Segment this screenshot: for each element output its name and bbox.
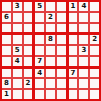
cell-r3c8[interactable] bbox=[79, 24, 88, 33]
cell-r1c5[interactable] bbox=[46, 2, 55, 11]
cell-r7c3[interactable] bbox=[24, 69, 33, 78]
cell-r6c9[interactable] bbox=[90, 57, 99, 66]
cell-r2c6[interactable] bbox=[57, 13, 66, 22]
cell-r7c4[interactable]: 4 bbox=[35, 69, 44, 78]
cell-r7c7[interactable]: 7 bbox=[69, 69, 78, 78]
cell-r6c1[interactable] bbox=[2, 57, 11, 66]
cell-r2c9[interactable] bbox=[90, 13, 99, 22]
cell-r6c2[interactable]: 4 bbox=[13, 57, 22, 66]
sudoku-box-r2c1: 54 bbox=[2, 35, 32, 65]
cell-r6c5[interactable] bbox=[46, 57, 55, 66]
cell-r3c5[interactable] bbox=[46, 24, 55, 33]
cell-r9c5[interactable] bbox=[46, 90, 55, 99]
cell-r8c6[interactable] bbox=[57, 79, 66, 88]
cell-r5c1[interactable] bbox=[2, 46, 11, 55]
cell-r5c2[interactable]: 5 bbox=[13, 46, 22, 55]
cell-r4c5[interactable]: 8 bbox=[46, 35, 55, 44]
cell-r9c1[interactable]: 1 bbox=[2, 90, 11, 99]
cell-r5c5[interactable] bbox=[46, 46, 55, 55]
cell-r2c8[interactable] bbox=[79, 13, 88, 22]
cell-r2c4[interactable] bbox=[35, 13, 44, 22]
cell-r3c1[interactable] bbox=[2, 24, 11, 33]
cell-r5c9[interactable] bbox=[90, 46, 99, 55]
cell-r1c9[interactable] bbox=[90, 2, 99, 11]
cell-r1c4[interactable]: 5 bbox=[35, 2, 44, 11]
cell-r9c3[interactable] bbox=[24, 90, 33, 99]
cell-r3c6[interactable] bbox=[57, 24, 66, 33]
cell-r9c6[interactable] bbox=[57, 90, 66, 99]
cell-r2c3[interactable] bbox=[24, 13, 33, 22]
cell-r1c6[interactable] bbox=[57, 2, 66, 11]
cell-r5c7[interactable] bbox=[69, 46, 78, 55]
cell-r6c4[interactable]: 7 bbox=[35, 57, 44, 66]
cell-r5c8[interactable]: 3 bbox=[79, 46, 88, 55]
sudoku-box-r3c1: 821 bbox=[2, 69, 32, 99]
cell-r4c3[interactable] bbox=[24, 35, 33, 44]
cell-r8c2[interactable] bbox=[13, 79, 22, 88]
cell-r1c1[interactable] bbox=[2, 2, 11, 11]
cell-r9c7[interactable] bbox=[69, 90, 78, 99]
cell-r2c5[interactable]: 2 bbox=[46, 13, 55, 22]
sudoku-board: 36521454872382147 bbox=[0, 0, 101, 101]
cell-r5c3[interactable] bbox=[24, 46, 33, 55]
sudoku-box-r2c2: 87 bbox=[35, 35, 65, 65]
cell-r6c6[interactable] bbox=[57, 57, 66, 66]
cell-r7c2[interactable] bbox=[13, 69, 22, 78]
cell-r2c7[interactable] bbox=[69, 13, 78, 22]
cell-r9c2[interactable] bbox=[13, 90, 22, 99]
cell-r9c9[interactable] bbox=[90, 90, 99, 99]
cell-r3c3[interactable] bbox=[24, 24, 33, 33]
cell-r4c4[interactable] bbox=[35, 35, 44, 44]
cell-r3c7[interactable] bbox=[69, 24, 78, 33]
sudoku-box-r1c1: 36 bbox=[2, 2, 32, 32]
cell-r6c3[interactable] bbox=[24, 57, 33, 66]
sudoku-box-r3c3: 7 bbox=[69, 69, 99, 99]
cell-r8c7[interactable] bbox=[69, 79, 78, 88]
cell-r6c8[interactable] bbox=[79, 57, 88, 66]
cell-r9c8[interactable] bbox=[79, 90, 88, 99]
cell-r3c4[interactable] bbox=[35, 24, 44, 33]
sudoku-box-r1c3: 14 bbox=[69, 2, 99, 32]
cell-r2c2[interactable] bbox=[13, 13, 22, 22]
cell-r1c3[interactable] bbox=[24, 2, 33, 11]
cell-r4c2[interactable] bbox=[13, 35, 22, 44]
cell-r7c8[interactable] bbox=[79, 69, 88, 78]
sudoku-box-r3c2: 4 bbox=[35, 69, 65, 99]
cell-r4c9[interactable]: 2 bbox=[90, 35, 99, 44]
cell-r2c1[interactable]: 6 bbox=[2, 13, 11, 22]
cell-r1c8[interactable]: 4 bbox=[79, 2, 88, 11]
cell-r7c1[interactable] bbox=[2, 69, 11, 78]
cell-r7c6[interactable] bbox=[57, 69, 66, 78]
cell-r3c9[interactable] bbox=[90, 24, 99, 33]
cell-r5c4[interactable] bbox=[35, 46, 44, 55]
cell-r8c4[interactable] bbox=[35, 79, 44, 88]
cell-r8c8[interactable] bbox=[79, 79, 88, 88]
cell-r6c7[interactable] bbox=[69, 57, 78, 66]
cell-r4c6[interactable] bbox=[57, 35, 66, 44]
cell-r4c7[interactable] bbox=[69, 35, 78, 44]
cell-r8c5[interactable] bbox=[46, 79, 55, 88]
cell-r1c2[interactable]: 3 bbox=[13, 2, 22, 11]
cell-r9c4[interactable] bbox=[35, 90, 44, 99]
sudoku-box-r2c3: 23 bbox=[69, 35, 99, 65]
cell-r5c6[interactable] bbox=[57, 46, 66, 55]
cell-r7c5[interactable] bbox=[46, 69, 55, 78]
cell-r7c9[interactable] bbox=[90, 69, 99, 78]
cell-r1c7[interactable]: 1 bbox=[69, 2, 78, 11]
cell-r3c2[interactable] bbox=[13, 24, 22, 33]
cell-r8c9[interactable] bbox=[90, 79, 99, 88]
cell-r4c1[interactable] bbox=[2, 35, 11, 44]
sudoku-box-r1c2: 52 bbox=[35, 2, 65, 32]
cell-r4c8[interactable] bbox=[79, 35, 88, 44]
cell-r8c1[interactable]: 8 bbox=[2, 79, 11, 88]
cell-r8c3[interactable]: 2 bbox=[24, 79, 33, 88]
